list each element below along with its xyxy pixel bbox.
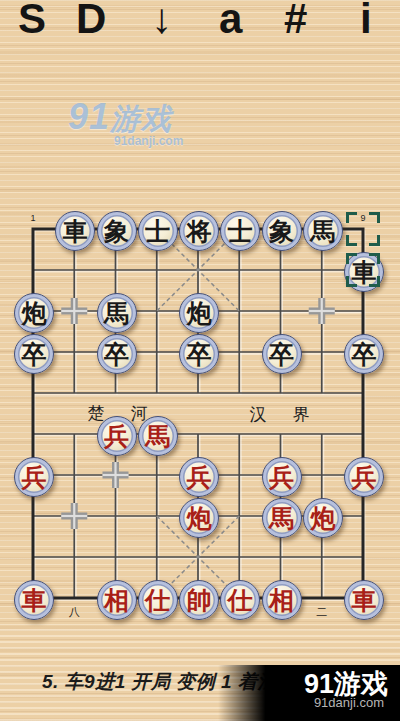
red-soldier[interactable]: 兵 [179, 457, 219, 497]
black-chariot[interactable]: 車 [55, 211, 95, 251]
red-soldier[interactable]: 兵 [97, 416, 137, 456]
red-elephant[interactable]: 相 [262, 580, 302, 620]
red-soldier[interactable]: 兵 [262, 457, 302, 497]
last-move-bracket [346, 253, 380, 287]
xiangqi-pieces-layer[interactable]: 車象士将士象馬車炮馬炮卒卒卒卒卒兵馬兵兵兵兵炮馬炮車相仕帥仕相車 [0, 0, 400, 721]
black-elephant[interactable]: 象 [97, 211, 137, 251]
black-advisor[interactable]: 士 [138, 211, 178, 251]
black-soldier[interactable]: 卒 [97, 334, 137, 374]
watermark-91danji-box: 91游戏 91danji.com [218, 665, 400, 721]
red-advisor[interactable]: 仕 [138, 580, 178, 620]
black-advisor[interactable]: 士 [220, 211, 260, 251]
watermark-site-url: 91danji.com [218, 695, 384, 711]
red-horse[interactable]: 馬 [138, 416, 178, 456]
black-cannon[interactable]: 炮 [14, 293, 54, 333]
black-general[interactable]: 将 [179, 211, 219, 251]
black-horse[interactable]: 馬 [97, 293, 137, 333]
black-soldier[interactable]: 卒 [344, 334, 384, 374]
black-soldier[interactable]: 卒 [14, 334, 54, 374]
red-cannon[interactable]: 炮 [179, 498, 219, 538]
red-general[interactable]: 帥 [179, 580, 219, 620]
black-soldier[interactable]: 卒 [262, 334, 302, 374]
red-soldier[interactable]: 兵 [14, 457, 54, 497]
red-horse[interactable]: 馬 [262, 498, 302, 538]
watermark-logo-text: 91游戏 [218, 670, 388, 698]
red-advisor[interactable]: 仕 [220, 580, 260, 620]
red-chariot[interactable]: 車 [344, 580, 384, 620]
app-screen: S D ↓ a # i 91游戏 91danji.com 楚河汉界1234567… [0, 0, 400, 721]
red-cannon[interactable]: 炮 [303, 498, 343, 538]
black-soldier[interactable]: 卒 [179, 334, 219, 374]
black-elephant[interactable]: 象 [262, 211, 302, 251]
red-elephant[interactable]: 相 [97, 580, 137, 620]
last-move-bracket [346, 212, 380, 246]
red-soldier[interactable]: 兵 [344, 457, 384, 497]
red-chariot[interactable]: 車 [14, 580, 54, 620]
black-horse[interactable]: 馬 [303, 211, 343, 251]
black-cannon[interactable]: 炮 [179, 293, 219, 333]
